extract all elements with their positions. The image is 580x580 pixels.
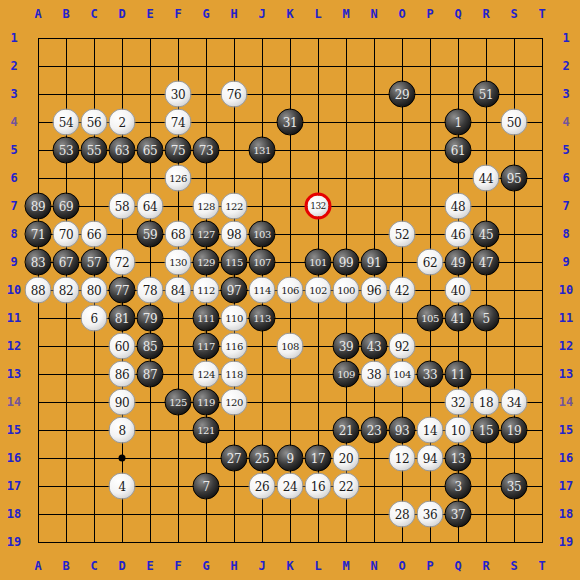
- stone-black-111-G11[interactable]: 111: [193, 305, 220, 332]
- move-number: 52: [395, 228, 409, 240]
- grid-cell: [150, 38, 178, 66]
- stone-black-101-L9[interactable]: 101: [305, 249, 332, 276]
- stone-black-103-J8[interactable]: 103: [249, 221, 276, 248]
- grid-cell: [234, 38, 262, 66]
- row-label-left-16: 16: [7, 451, 21, 465]
- stone-white-112-G10[interactable]: 112: [193, 277, 220, 304]
- stone-black-39-M12[interactable]: 39: [333, 333, 360, 360]
- move-number: 9: [286, 452, 293, 464]
- stone-black-105-P11[interactable]: 105: [417, 305, 444, 332]
- stone-black-93-O15[interactable]: 93: [389, 417, 416, 444]
- stone-black-31-K4[interactable]: 31: [277, 109, 304, 136]
- stone-black-131-J5[interactable]: 131: [249, 137, 276, 164]
- stone-white-56-C4[interactable]: 56: [81, 109, 108, 136]
- stone-white-42-O10[interactable]: 42: [389, 277, 416, 304]
- stone-black-125-F14[interactable]: 125: [165, 389, 192, 416]
- row-label-left-17: 17: [7, 479, 21, 493]
- stone-white-48-Q7[interactable]: 48: [445, 193, 472, 220]
- stone-white-6-C11[interactable]: 6: [81, 305, 108, 332]
- stone-white-28-O18[interactable]: 28: [389, 501, 416, 528]
- grid-cell: [514, 262, 542, 290]
- move-number: 118: [225, 369, 243, 379]
- stone-black-13-Q16[interactable]: 13: [445, 445, 472, 472]
- stone-black-37-Q18[interactable]: 37: [445, 501, 472, 528]
- move-number: 40: [451, 284, 465, 296]
- grid-cell: [318, 122, 346, 150]
- grid-cell: [374, 122, 402, 150]
- move-number: 105: [421, 313, 439, 323]
- stone-white-16-L17[interactable]: 16: [305, 473, 332, 500]
- stone-black-73-G5[interactable]: 73: [193, 137, 220, 164]
- stone-white-76-H3[interactable]: 76: [221, 81, 248, 108]
- stone-white-60-D12[interactable]: 60: [109, 333, 136, 360]
- stone-white-90-D14[interactable]: 90: [109, 389, 136, 416]
- row-label-right-6: 6: [562, 171, 569, 185]
- grid-cell: [38, 402, 66, 430]
- move-number: 91: [367, 256, 381, 268]
- row-label-right-16: 16: [559, 451, 573, 465]
- row-label-left-11: 11: [7, 311, 21, 325]
- stone-white-70-B8[interactable]: 70: [53, 221, 80, 248]
- stone-black-97-H10[interactable]: 97: [221, 277, 248, 304]
- move-number: 62: [423, 256, 437, 268]
- grid-cell: [122, 514, 150, 542]
- grid-cell: [346, 514, 374, 542]
- move-number: 85: [143, 340, 157, 352]
- grid-cell: [94, 38, 122, 66]
- grid-cell: [262, 374, 290, 402]
- grid-cell: [66, 430, 94, 458]
- stone-white-110-H11[interactable]: 110: [221, 305, 248, 332]
- move-number: 102: [309, 285, 327, 295]
- grid-cell: [402, 178, 430, 206]
- move-number: 1: [454, 116, 461, 128]
- move-number: 71: [31, 228, 45, 240]
- stone-white-86-D13[interactable]: 86: [109, 361, 136, 388]
- move-number: 2: [118, 116, 125, 128]
- stone-white-74-F4[interactable]: 74: [165, 109, 192, 136]
- go-board[interactable]: AABBCCDDEEFFGGHHJJKKLLMMNNOOPPQQRRSSTT11…: [0, 0, 580, 580]
- grid-cell: [514, 346, 542, 374]
- grid-cell: [122, 66, 150, 94]
- move-number: 119: [197, 397, 215, 407]
- grid-cell: [290, 150, 318, 178]
- stone-black-79-E11[interactable]: 79: [137, 305, 164, 332]
- col-label-bottom-C: C: [90, 559, 97, 573]
- stone-white-108-K12[interactable]: 108: [277, 333, 304, 360]
- stone-white-130-F9[interactable]: 130: [165, 249, 192, 276]
- stone-black-57-C9[interactable]: 57: [81, 249, 108, 276]
- grid-cell: [262, 38, 290, 66]
- col-label-top-O: O: [398, 7, 405, 21]
- move-number: 128: [197, 201, 215, 211]
- move-number: 103: [253, 229, 271, 239]
- move-number: 129: [197, 257, 215, 267]
- stone-white-122-H7[interactable]: 122: [221, 193, 248, 220]
- col-label-top-J: J: [258, 7, 265, 21]
- row-label-left-18: 18: [7, 507, 21, 521]
- grid-cell: [402, 150, 430, 178]
- grid-cell: [318, 38, 346, 66]
- grid-cell: [318, 514, 346, 542]
- grid-cell: [178, 514, 206, 542]
- move-number: 25: [255, 452, 269, 464]
- stone-black-9-K16[interactable]: 9: [277, 445, 304, 472]
- row-label-left-15: 15: [7, 423, 21, 437]
- stone-white-18-R14[interactable]: 18: [473, 389, 500, 416]
- stone-black-19-S15[interactable]: 19: [501, 417, 528, 444]
- grid-cell: [374, 150, 402, 178]
- stone-white-4-D17[interactable]: 4: [109, 473, 136, 500]
- stone-black-109-M13[interactable]: 109: [333, 361, 360, 388]
- move-number: 99: [339, 256, 353, 268]
- move-number: 86: [115, 368, 129, 380]
- stone-white-40-Q10[interactable]: 40: [445, 277, 472, 304]
- move-number: 80: [87, 284, 101, 296]
- stone-black-119-G14[interactable]: 119: [193, 389, 220, 416]
- stone-black-23-N15[interactable]: 23: [361, 417, 388, 444]
- grid-cell: [38, 374, 66, 402]
- stone-white-132-L7[interactable]: 132: [305, 193, 332, 220]
- grid-cell: [514, 206, 542, 234]
- move-number: 67: [59, 256, 73, 268]
- move-number: 16: [311, 480, 325, 492]
- row-label-right-3: 3: [562, 87, 569, 101]
- row-label-right-5: 5: [562, 143, 569, 157]
- move-number: 18: [479, 396, 493, 408]
- stone-black-95-S6[interactable]: 95: [501, 165, 528, 192]
- move-number: 20: [339, 452, 353, 464]
- stone-white-72-D9[interactable]: 72: [109, 249, 136, 276]
- col-label-bottom-P: P: [426, 559, 433, 573]
- grid-cell: [66, 374, 94, 402]
- stone-white-92-O12[interactable]: 92: [389, 333, 416, 360]
- stone-white-22-M17[interactable]: 22: [333, 473, 360, 500]
- col-label-bottom-B: B: [62, 559, 69, 573]
- move-number: 90: [115, 396, 129, 408]
- stone-black-1-Q4[interactable]: 1: [445, 109, 472, 136]
- stone-white-104-O13[interactable]: 104: [389, 361, 416, 388]
- move-number: 100: [337, 285, 355, 295]
- move-number: 58: [115, 200, 129, 212]
- stone-white-128-G7[interactable]: 128: [193, 193, 220, 220]
- stone-black-91-N9[interactable]: 91: [361, 249, 388, 276]
- row-label-left-13: 13: [7, 367, 21, 381]
- row-label-left-19: 19: [7, 535, 21, 549]
- row-label-right-8: 8: [562, 227, 569, 241]
- move-number: 75: [171, 144, 185, 156]
- stone-white-24-K17[interactable]: 24: [277, 473, 304, 500]
- stone-black-67-B9[interactable]: 67: [53, 249, 80, 276]
- move-number: 117: [197, 341, 215, 351]
- grid-cell: [122, 38, 150, 66]
- move-number: 8: [118, 424, 125, 436]
- move-number: 31: [283, 116, 297, 128]
- col-label-top-D: D: [118, 7, 125, 21]
- stone-white-30-F3[interactable]: 30: [165, 81, 192, 108]
- move-number: 5: [482, 312, 489, 324]
- grid-cell: [346, 206, 374, 234]
- move-number: 104: [393, 369, 411, 379]
- row-label-left-12: 12: [7, 339, 21, 353]
- row-label-right-19: 19: [559, 535, 573, 549]
- move-number: 14: [423, 424, 437, 436]
- grid-cell: [514, 66, 542, 94]
- move-number: 13: [451, 452, 465, 464]
- stone-black-17-L16[interactable]: 17: [305, 445, 332, 472]
- move-number: 77: [115, 284, 129, 296]
- stone-black-25-J16[interactable]: 25: [249, 445, 276, 472]
- stone-black-83-A9[interactable]: 83: [25, 249, 52, 276]
- stone-white-82-B10[interactable]: 82: [53, 277, 80, 304]
- move-number: 116: [225, 341, 243, 351]
- row-label-right-18: 18: [559, 507, 573, 521]
- stone-black-81-D11[interactable]: 81: [109, 305, 136, 332]
- grid-cell: [290, 66, 318, 94]
- stone-white-124-G13[interactable]: 124: [193, 361, 220, 388]
- stone-black-47-R9[interactable]: 47: [473, 249, 500, 276]
- stone-white-100-M10[interactable]: 100: [333, 277, 360, 304]
- stone-black-127-G8[interactable]: 127: [193, 221, 220, 248]
- move-number: 120: [225, 397, 243, 407]
- stone-white-8-D15[interactable]: 8: [109, 417, 136, 444]
- move-number: 24: [283, 480, 297, 492]
- stone-white-52-O8[interactable]: 52: [389, 221, 416, 248]
- grid-cell: [290, 514, 318, 542]
- stone-white-64-E7[interactable]: 64: [137, 193, 164, 220]
- stone-black-129-G9[interactable]: 129: [193, 249, 220, 276]
- grid-cell: [38, 38, 66, 66]
- grid-cell: [66, 38, 94, 66]
- stone-black-85-E12[interactable]: 85: [137, 333, 164, 360]
- stone-white-116-H12[interactable]: 116: [221, 333, 248, 360]
- grid-cell: [430, 66, 458, 94]
- move-number: 42: [395, 284, 409, 296]
- move-number: 111: [197, 313, 215, 323]
- stone-white-2-D4[interactable]: 2: [109, 109, 136, 136]
- stone-white-50-S4[interactable]: 50: [501, 109, 528, 136]
- col-label-bottom-A: A: [34, 559, 41, 573]
- stone-white-80-C10[interactable]: 80: [81, 277, 108, 304]
- stone-white-126-F6[interactable]: 126: [165, 165, 192, 192]
- stone-black-87-E13[interactable]: 87: [137, 361, 164, 388]
- move-number: 109: [337, 369, 355, 379]
- stone-black-75-F5[interactable]: 75: [165, 137, 192, 164]
- col-label-top-S: S: [510, 7, 517, 21]
- stone-black-51-R3[interactable]: 51: [473, 81, 500, 108]
- grid-cell: [178, 38, 206, 66]
- stone-white-10-Q15[interactable]: 10: [445, 417, 472, 444]
- stone-black-89-A7[interactable]: 89: [25, 193, 52, 220]
- move-number: 22: [339, 480, 353, 492]
- stone-white-38-N13[interactable]: 38: [361, 361, 388, 388]
- row-label-left-4: 4: [10, 115, 17, 129]
- stone-black-49-Q9[interactable]: 49: [445, 249, 472, 276]
- grid-cell: [346, 38, 374, 66]
- stone-black-77-D10[interactable]: 77: [109, 277, 136, 304]
- move-number: 26: [255, 480, 269, 492]
- stone-black-11-Q13[interactable]: 11: [445, 361, 472, 388]
- grid-cell: [346, 150, 374, 178]
- grid-cell: [94, 66, 122, 94]
- move-number: 106: [281, 285, 299, 295]
- move-number: 87: [143, 368, 157, 380]
- move-number: 88: [31, 284, 45, 296]
- move-number: 29: [395, 88, 409, 100]
- stone-white-14-P15[interactable]: 14: [417, 417, 444, 444]
- move-number: 3: [454, 480, 461, 492]
- col-label-top-T: T: [538, 7, 545, 21]
- row-label-left-8: 8: [10, 227, 17, 241]
- stone-white-94-P16[interactable]: 94: [417, 445, 444, 472]
- row-label-right-17: 17: [559, 479, 573, 493]
- grid-cell: [402, 122, 430, 150]
- stone-white-12-O16[interactable]: 12: [389, 445, 416, 472]
- stone-black-99-M9[interactable]: 99: [333, 249, 360, 276]
- stone-white-88-A10[interactable]: 88: [25, 277, 52, 304]
- stone-white-32-Q14[interactable]: 32: [445, 389, 472, 416]
- stone-white-78-E10[interactable]: 78: [137, 277, 164, 304]
- grid-cell: [150, 514, 178, 542]
- move-number: 21: [339, 424, 353, 436]
- stone-black-15-R15[interactable]: 15: [473, 417, 500, 444]
- stone-white-58-D7[interactable]: 58: [109, 193, 136, 220]
- stone-white-118-H13[interactable]: 118: [221, 361, 248, 388]
- stone-white-106-K10[interactable]: 106: [277, 277, 304, 304]
- move-number: 33: [423, 368, 437, 380]
- col-label-bottom-E: E: [146, 559, 153, 573]
- stone-black-55-C5[interactable]: 55: [81, 137, 108, 164]
- move-number: 60: [115, 340, 129, 352]
- move-number: 95: [507, 172, 521, 184]
- stone-white-46-Q8[interactable]: 46: [445, 221, 472, 248]
- grid-cell: [346, 66, 374, 94]
- move-number: 122: [225, 201, 243, 211]
- stone-black-107-J9[interactable]: 107: [249, 249, 276, 276]
- row-label-left-14: 14: [7, 395, 21, 409]
- stone-black-117-G12[interactable]: 117: [193, 333, 220, 360]
- stone-black-27-H16[interactable]: 27: [221, 445, 248, 472]
- move-number: 43: [367, 340, 381, 352]
- move-number: 94: [423, 452, 437, 464]
- col-label-top-L: L: [314, 7, 321, 21]
- move-number: 72: [115, 256, 129, 268]
- stone-white-96-N10[interactable]: 96: [361, 277, 388, 304]
- stone-black-33-P13[interactable]: 33: [417, 361, 444, 388]
- stone-white-20-M16[interactable]: 20: [333, 445, 360, 472]
- stone-black-53-B5[interactable]: 53: [53, 137, 80, 164]
- stone-white-54-B4[interactable]: 54: [53, 109, 80, 136]
- move-number: 66: [87, 228, 101, 240]
- col-label-top-K: K: [286, 7, 293, 21]
- stone-black-21-M15[interactable]: 21: [333, 417, 360, 444]
- grid-cell: [206, 514, 234, 542]
- move-number: 112: [197, 285, 215, 295]
- grid-cell: [458, 38, 486, 66]
- stone-black-43-N12[interactable]: 43: [361, 333, 388, 360]
- grid-cell: [486, 38, 514, 66]
- row-label-right-4: 4: [562, 115, 569, 129]
- move-number: 81: [115, 312, 129, 324]
- stone-white-102-L10[interactable]: 102: [305, 277, 332, 304]
- move-number: 63: [115, 144, 129, 156]
- move-number: 96: [367, 284, 381, 296]
- stone-black-29-O3[interactable]: 29: [389, 81, 416, 108]
- stone-black-7-G17[interactable]: 7: [193, 473, 220, 500]
- move-number: 115: [225, 257, 243, 267]
- stone-white-120-H14[interactable]: 120: [221, 389, 248, 416]
- stone-black-45-R8[interactable]: 45: [473, 221, 500, 248]
- stone-black-121-G15[interactable]: 121: [193, 417, 220, 444]
- grid-cell: [318, 94, 346, 122]
- move-number: 12: [395, 452, 409, 464]
- stone-white-66-C8[interactable]: 66: [81, 221, 108, 248]
- stone-white-26-J17[interactable]: 26: [249, 473, 276, 500]
- move-number: 45: [479, 228, 493, 240]
- stone-black-61-Q5[interactable]: 61: [445, 137, 472, 164]
- stone-black-59-E8[interactable]: 59: [137, 221, 164, 248]
- row-label-right-12: 12: [559, 339, 573, 353]
- stone-black-41-Q11[interactable]: 41: [445, 305, 472, 332]
- move-number: 65: [143, 144, 157, 156]
- move-number: 114: [253, 285, 271, 295]
- grid-cell: [66, 402, 94, 430]
- move-number: 49: [451, 256, 465, 268]
- stone-white-84-F10[interactable]: 84: [165, 277, 192, 304]
- grid-cell: [374, 178, 402, 206]
- stone-black-71-A8[interactable]: 71: [25, 221, 52, 248]
- move-number: 6: [90, 312, 97, 324]
- grid-cell: [262, 66, 290, 94]
- move-number: 7: [202, 480, 209, 492]
- stone-white-98-H8[interactable]: 98: [221, 221, 248, 248]
- move-number: 39: [339, 340, 353, 352]
- move-number: 46: [451, 228, 465, 240]
- row-label-right-2: 2: [562, 59, 569, 73]
- stone-white-34-S14[interactable]: 34: [501, 389, 528, 416]
- stone-black-65-E5[interactable]: 65: [137, 137, 164, 164]
- stone-black-115-H9[interactable]: 115: [221, 249, 248, 276]
- col-label-top-N: N: [370, 7, 377, 21]
- stone-black-69-B7[interactable]: 69: [53, 193, 80, 220]
- grid-cell: [66, 346, 94, 374]
- stone-black-63-D5[interactable]: 63: [109, 137, 136, 164]
- stone-black-5-R11[interactable]: 5: [473, 305, 500, 332]
- stone-white-114-J10[interactable]: 114: [249, 277, 276, 304]
- grid-cell: [38, 514, 66, 542]
- row-label-right-10: 10: [559, 283, 573, 297]
- stone-white-68-F8[interactable]: 68: [165, 221, 192, 248]
- move-number: 83: [31, 256, 45, 268]
- grid-cell: [150, 458, 178, 486]
- stone-white-44-R6[interactable]: 44: [473, 165, 500, 192]
- grid-cell: [486, 514, 514, 542]
- grid-cell: [514, 318, 542, 346]
- move-number: 126: [169, 173, 187, 183]
- stone-white-36-P18[interactable]: 36: [417, 501, 444, 528]
- col-label-bottom-T: T: [538, 559, 545, 573]
- move-number: 36: [423, 508, 437, 520]
- col-label-bottom-M: M: [342, 559, 349, 573]
- stone-black-113-J11[interactable]: 113: [249, 305, 276, 332]
- stone-black-3-Q17[interactable]: 3: [445, 473, 472, 500]
- stone-white-62-P9[interactable]: 62: [417, 249, 444, 276]
- grid-cell: [150, 430, 178, 458]
- move-number: 98: [227, 228, 241, 240]
- stone-black-35-S17[interactable]: 35: [501, 473, 528, 500]
- grid-cell: [38, 486, 66, 514]
- move-number: 121: [197, 425, 215, 435]
